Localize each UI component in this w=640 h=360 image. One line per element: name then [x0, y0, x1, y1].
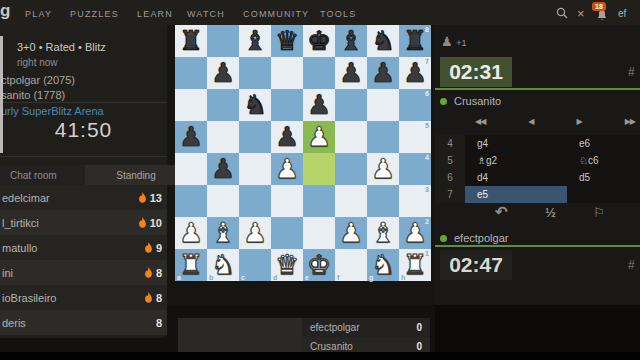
- square-h5[interactable]: 5: [399, 121, 431, 153]
- captured-material: ♟ +1: [441, 34, 467, 49]
- resign-flag-button[interactable]: ⚐: [593, 205, 605, 220]
- square-e1[interactable]: ♚e: [303, 249, 335, 281]
- square-f6[interactable]: [335, 89, 367, 121]
- file-label: c: [241, 274, 245, 281]
- white-rook: ♜: [179, 249, 203, 281]
- search-icon[interactable]: [556, 7, 568, 19]
- black-clock: 02:31: [440, 57, 512, 87]
- move-number: 4: [435, 135, 465, 152]
- fire-streak-icon: [138, 192, 147, 203]
- square-f8[interactable]: ♝: [335, 25, 367, 57]
- black-bishop: ♝: [339, 25, 363, 57]
- tournament-link[interactable]: urly SuperBlitz Arena: [1, 105, 104, 117]
- white-rank-hash: #: [628, 258, 635, 272]
- square-f3[interactable]: [335, 185, 367, 217]
- nav-item-tools[interactable]: TOOLS: [320, 9, 356, 19]
- square-g7[interactable]: ♟: [367, 57, 399, 89]
- rank-label: 6: [425, 90, 429, 97]
- next-move-button[interactable]: ▶: [577, 117, 582, 126]
- black-move[interactable]: ♘c6: [567, 152, 640, 169]
- white-bishop: ♝: [211, 217, 235, 249]
- white-bishop: ♝: [371, 217, 395, 249]
- square-g2[interactable]: ♝: [367, 217, 399, 249]
- white-move[interactable]: ♗g2: [465, 152, 567, 169]
- square-b4[interactable]: ♟: [207, 153, 239, 185]
- standing-row[interactable]: l_tirtikci10: [0, 210, 167, 235]
- x-icon[interactable]: ×: [577, 6, 585, 21]
- square-g5[interactable]: [367, 121, 399, 153]
- black-move[interactable]: [567, 186, 640, 203]
- standing-score: 8: [156, 317, 167, 329]
- square-e6[interactable]: ♟: [303, 89, 335, 121]
- square-d8[interactable]: ♛: [271, 25, 303, 57]
- file-label: b: [209, 274, 213, 281]
- black-pawn: ♟: [211, 57, 235, 89]
- nav-item-community[interactable]: COMMUNITY: [243, 9, 309, 19]
- square-a8[interactable]: ♜: [175, 25, 207, 57]
- black-pawn: ♟: [179, 121, 203, 153]
- nav-item-puzzles[interactable]: PUZZLES: [70, 9, 119, 19]
- rank-label: 8: [425, 26, 429, 33]
- standing-player-name: ioBrasileiro: [0, 292, 144, 304]
- accent-line: [435, 88, 640, 90]
- square-a3[interactable]: [175, 185, 207, 217]
- file-label: d: [273, 274, 277, 281]
- white-pawn: ♟: [179, 217, 203, 249]
- black-king: ♚: [307, 25, 331, 57]
- square-e2[interactable]: [303, 217, 335, 249]
- square-h8[interactable]: ♜8: [399, 25, 431, 57]
- standing-score: 8: [156, 267, 167, 279]
- square-d7[interactable]: [271, 57, 303, 89]
- square-d3[interactable]: [271, 185, 303, 217]
- black-player-label[interactable]: sanito (1778): [1, 89, 65, 101]
- score-box-empty-panel: [178, 318, 302, 356]
- square-b1[interactable]: ♞b: [207, 249, 239, 281]
- square-f2[interactable]: ♟: [335, 217, 367, 249]
- square-c2[interactable]: ♟: [239, 217, 271, 249]
- black-rook: ♜: [403, 25, 427, 57]
- square-g3[interactable]: [367, 185, 399, 217]
- move-list: 4g4e65♗g2♘c66d4d57e5: [435, 135, 640, 203]
- standing-player-name: edelcimar: [0, 192, 138, 204]
- black-pawn: ♟: [403, 57, 427, 89]
- square-h3[interactable]: 3: [399, 185, 431, 217]
- square-c4[interactable]: [239, 153, 271, 185]
- notification-badge: 18: [592, 2, 606, 11]
- game-time-ago: right now: [17, 57, 58, 68]
- black-pawn: ♟: [339, 57, 363, 89]
- square-c1[interactable]: c: [239, 249, 271, 281]
- divider: [0, 102, 167, 103]
- square-b2[interactable]: ♝: [207, 217, 239, 249]
- square-e5[interactable]: ♟: [303, 121, 335, 153]
- white-pawn: ♟: [403, 217, 427, 249]
- accent-line: [435, 245, 640, 247]
- square-d2[interactable]: [271, 217, 303, 249]
- square-d5[interactable]: ♟: [271, 121, 303, 153]
- move-number: 5: [435, 152, 465, 169]
- game-controls-panel: ♟ +1 02:31 # Crusanito ◀◀◀▶▶▶ 4g4e65♗g2♘…: [435, 25, 640, 305]
- username-menu[interactable]: ef: [618, 8, 626, 19]
- square-a4[interactable]: [175, 153, 207, 185]
- material-value: +1: [456, 38, 466, 48]
- black-player-name: Crusanito: [454, 95, 501, 107]
- captured-pawn-icon: ♟: [441, 34, 453, 49]
- fire-streak-icon: [144, 267, 153, 278]
- square-a7[interactable]: [175, 57, 207, 89]
- white-pawn: ♟: [275, 153, 299, 185]
- standing-score: 10: [150, 217, 167, 229]
- white-move[interactable]: g4: [465, 135, 567, 152]
- black-pawn: ♟: [307, 89, 331, 121]
- move-number: 6: [435, 169, 465, 186]
- square-d4[interactable]: ♟: [271, 153, 303, 185]
- standing-player-name: ini: [0, 267, 144, 279]
- standing-score: 8: [156, 292, 167, 304]
- move-navigation: ◀◀◀▶▶▶: [475, 117, 635, 126]
- standing-player-name: matullo: [0, 242, 144, 254]
- square-d1[interactable]: ♛d: [271, 249, 303, 281]
- square-d6[interactable]: [271, 89, 303, 121]
- takeback-button[interactable]: ↶: [495, 203, 508, 221]
- standing-player-name: l_tirtikci: [0, 217, 138, 229]
- square-h2[interactable]: ♟2: [399, 217, 431, 249]
- square-c7[interactable]: [239, 57, 271, 89]
- square-f7[interactable]: ♟: [335, 57, 367, 89]
- lichess-game-page: g PLAYPUZZLESLEARNWATCHCOMMUNITYTOOLS × …: [0, 0, 640, 360]
- square-b6[interactable]: [207, 89, 239, 121]
- square-c8[interactable]: ♝: [239, 25, 271, 57]
- square-c6[interactable]: ♞: [239, 89, 271, 121]
- square-f5[interactable]: [335, 121, 367, 153]
- chess-board: ♜♝♛♚♝♞♜8♟♟♟♟7♞♟6♟♟♟5♟♟♟43♟♝♟♟♝♟2♜a♞bc♛d♚…: [175, 25, 431, 281]
- bottom-black-bar: [0, 352, 640, 360]
- black-move[interactable]: d5: [567, 169, 640, 186]
- white-clock: 02:47: [440, 250, 512, 280]
- square-b3[interactable]: [207, 185, 239, 217]
- move-row: 5♗g2♘c6: [435, 152, 640, 169]
- file-label: e: [305, 274, 309, 281]
- move-row: 6d4d5: [435, 169, 640, 186]
- site-logo[interactable]: g: [0, 1, 10, 21]
- square-g1[interactable]: ♞g: [367, 249, 399, 281]
- rank-label: 5: [425, 122, 429, 129]
- game-meta: 3+0 • Rated • Blitz: [17, 41, 106, 53]
- draw-offer-button[interactable]: ½: [545, 205, 556, 220]
- rank-label: 3: [425, 186, 429, 193]
- white-move[interactable]: e5: [465, 186, 567, 203]
- square-b7[interactable]: ♟: [207, 57, 239, 89]
- standing-row[interactable]: ini8: [0, 260, 167, 285]
- square-c3[interactable]: [239, 185, 271, 217]
- square-h4[interactable]: 4: [399, 153, 431, 185]
- rank-label: 4: [425, 154, 429, 161]
- file-label: h: [401, 274, 405, 281]
- game-sidebar: 3+0 • Rated • Blitz right now ctpolgar (…: [0, 25, 167, 338]
- clipped-left-edge: [0, 36, 3, 153]
- black-rook: ♜: [179, 25, 203, 57]
- divider: [0, 156, 167, 157]
- black-bishop: ♝: [243, 25, 267, 57]
- nav-item-play[interactable]: PLAY: [25, 9, 52, 19]
- black-pawn: ♟: [211, 153, 235, 185]
- tournament-score-box: efectpolgar0Crusanito0: [178, 318, 430, 356]
- square-f1[interactable]: f: [335, 249, 367, 281]
- white-pawn: ♟: [307, 121, 331, 153]
- white-pawn: ♟: [339, 217, 363, 249]
- square-a2[interactable]: ♟: [175, 217, 207, 249]
- square-b5[interactable]: [207, 121, 239, 153]
- white-king: ♚: [307, 249, 331, 281]
- standing-row[interactable]: ioBrasileiro8: [0, 285, 167, 310]
- prev-move-button[interactable]: ◀: [528, 117, 533, 126]
- square-b8[interactable]: [207, 25, 239, 57]
- game-actions: ↶ ½ ⚐: [495, 203, 605, 221]
- square-e3[interactable]: [303, 185, 335, 217]
- square-a6[interactable]: [175, 89, 207, 121]
- standings-list: edelcimar13l_tirtikci10matullo9ini8ioBra…: [0, 185, 167, 335]
- move-row: 4g4e6: [435, 135, 640, 152]
- square-e4[interactable]: [303, 153, 335, 185]
- score-row[interactable]: efectpolgar0: [302, 318, 430, 337]
- score-player-name: Crusanito: [310, 341, 416, 352]
- square-h6[interactable]: 6: [399, 89, 431, 121]
- score-value: 0: [416, 341, 422, 352]
- square-g8[interactable]: ♞: [367, 25, 399, 57]
- fire-streak-icon: [138, 217, 147, 228]
- square-f4[interactable]: [335, 153, 367, 185]
- online-dot: [440, 235, 447, 242]
- file-label: f: [337, 274, 339, 281]
- move-number: 7: [435, 186, 465, 203]
- black-pawn: ♟: [275, 121, 299, 153]
- file-label: g: [369, 274, 373, 281]
- black-rank-hash: #: [628, 65, 635, 79]
- black-player-row[interactable]: Crusanito: [440, 95, 501, 107]
- white-move[interactable]: d4: [465, 169, 567, 186]
- white-pawn: ♟: [243, 217, 267, 249]
- square-a1[interactable]: ♜a: [175, 249, 207, 281]
- square-e7[interactable]: [303, 57, 335, 89]
- score-player-name: efectpolgar: [310, 322, 416, 333]
- online-dot: [440, 98, 447, 105]
- black-knight: ♞: [371, 25, 395, 57]
- square-e8[interactable]: ♚: [303, 25, 335, 57]
- score-box-players: efectpolgar0Crusanito0: [302, 318, 430, 356]
- tab-standing[interactable]: Standing: [85, 165, 187, 185]
- white-rook: ♜: [403, 249, 427, 281]
- white-player-name: efectpolgar: [454, 232, 508, 244]
- score-value: 0: [416, 322, 422, 333]
- standing-row[interactable]: matullo9: [0, 235, 167, 260]
- first-move-button[interactable]: ◀◀: [475, 117, 485, 126]
- white-player-row[interactable]: efectpolgar: [440, 232, 508, 244]
- fire-streak-icon: [144, 292, 153, 303]
- file-label: a: [177, 274, 181, 281]
- square-c5[interactable]: [239, 121, 271, 153]
- nav-item-learn[interactable]: LEARN: [137, 9, 173, 19]
- last-move-button[interactable]: ▶▶: [625, 117, 635, 126]
- standing-score: 9: [156, 242, 167, 254]
- nav-item-watch[interactable]: WATCH: [187, 9, 225, 19]
- standing-row[interactable]: edelcimar13: [0, 185, 167, 210]
- black-pawn: ♟: [371, 57, 395, 89]
- square-h1[interactable]: ♜h1: [399, 249, 431, 281]
- top-navbar: g PLAYPUZZLESLEARNWATCHCOMMUNITYTOOLS × …: [0, 0, 640, 25]
- rank-label: 7: [425, 58, 429, 65]
- white-knight: ♞: [211, 249, 235, 281]
- move-row: 7e5: [435, 186, 640, 203]
- white-queen: ♛: [275, 249, 299, 281]
- rank-label: 2: [425, 218, 429, 225]
- standing-player-name: deris: [0, 317, 156, 329]
- square-h7[interactable]: ♟7: [399, 57, 431, 89]
- tab-chat-room[interactable]: Chat room: [0, 165, 95, 185]
- standing-score: 13: [150, 192, 167, 204]
- white-knight: ♞: [371, 249, 395, 281]
- white-pawn: ♟: [371, 153, 395, 185]
- square-g4[interactable]: ♟: [367, 153, 399, 185]
- square-a5[interactable]: ♟: [175, 121, 207, 153]
- black-queen: ♛: [275, 25, 299, 57]
- rank-label: 1: [425, 250, 429, 257]
- black-knight: ♞: [243, 89, 267, 121]
- black-move[interactable]: e6: [567, 135, 640, 152]
- square-g6[interactable]: [367, 89, 399, 121]
- fire-streak-icon: [144, 242, 153, 253]
- tournament-clock: 41:50: [0, 118, 167, 142]
- standing-row[interactable]: deris8: [0, 310, 167, 335]
- white-player-label[interactable]: ctpolgar (2075): [1, 74, 75, 86]
